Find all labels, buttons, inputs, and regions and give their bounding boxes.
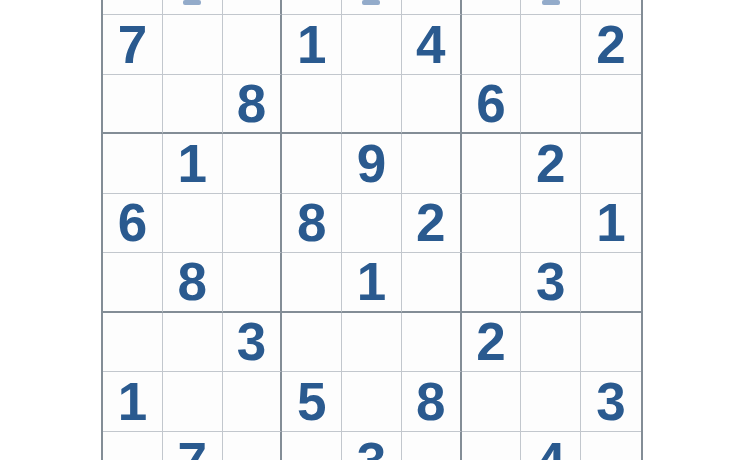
- cell-r1c4[interactable]: [282, 0, 342, 15]
- cell-r3c6[interactable]: [402, 75, 462, 134]
- given-digit: 6: [118, 196, 147, 249]
- cell-r2c9[interactable]: 2: [581, 15, 641, 74]
- cell-r6c7[interactable]: [462, 253, 522, 312]
- cell-r1c9[interactable]: [581, 0, 641, 15]
- given-digit: 4: [536, 435, 565, 460]
- cell-r6c2[interactable]: 8: [163, 253, 223, 312]
- cell-r8c3[interactable]: [223, 372, 283, 431]
- given-digit: 1: [297, 18, 326, 71]
- cell-r4c7[interactable]: [462, 134, 522, 193]
- given-digit: 3: [357, 435, 386, 460]
- cell-r4c8[interactable]: 2: [521, 134, 581, 193]
- cell-r5c7[interactable]: [462, 194, 522, 253]
- cell-r8c4[interactable]: 5: [282, 372, 342, 431]
- cell-r7c3[interactable]: 3: [223, 313, 283, 372]
- cell-r7c6[interactable]: [402, 313, 462, 372]
- given-digit: 8: [297, 196, 326, 249]
- given-digit: 8: [177, 255, 206, 308]
- cell-r2c8[interactable]: [521, 15, 581, 74]
- cell-r8c2[interactable]: [163, 372, 223, 431]
- cell-r3c1[interactable]: [103, 75, 163, 134]
- given-digit: 3: [536, 255, 565, 308]
- cell-r9c2[interactable]: 7: [163, 432, 223, 460]
- cell-r8c9[interactable]: 3: [581, 372, 641, 431]
- cell-r8c8[interactable]: [521, 372, 581, 431]
- cell-r9c6[interactable]: [402, 432, 462, 460]
- cell-r7c4[interactable]: [282, 313, 342, 372]
- page-background: 7142861926821813321583734: [0, 0, 736, 460]
- cell-r5c5[interactable]: [342, 194, 402, 253]
- clipped-digit-remnant: [183, 0, 201, 5]
- clipped-digit-remnant: [362, 0, 380, 5]
- cell-r8c1[interactable]: 1: [103, 372, 163, 431]
- cell-r4c9[interactable]: [581, 134, 641, 193]
- sudoku-board: 7142861926821813321583734: [101, 0, 643, 460]
- given-digit: 8: [416, 375, 445, 428]
- cell-r8c7[interactable]: [462, 372, 522, 431]
- cell-r5c6[interactable]: 2: [402, 194, 462, 253]
- cell-r8c5[interactable]: [342, 372, 402, 431]
- cell-r4c5[interactable]: 9: [342, 134, 402, 193]
- cell-r1c3[interactable]: [223, 0, 283, 15]
- given-digit: 1: [596, 196, 625, 249]
- cell-r6c6[interactable]: [402, 253, 462, 312]
- cell-r2c4[interactable]: 1: [282, 15, 342, 74]
- cell-r3c5[interactable]: [342, 75, 402, 134]
- cell-r5c8[interactable]: [521, 194, 581, 253]
- cell-r9c1[interactable]: [103, 432, 163, 460]
- cell-r6c3[interactable]: [223, 253, 283, 312]
- cell-r9c3[interactable]: [223, 432, 283, 460]
- given-digit: 3: [596, 375, 625, 428]
- given-digit: 1: [177, 137, 206, 190]
- cell-r6c9[interactable]: [581, 253, 641, 312]
- cell-r1c6[interactable]: [402, 0, 462, 15]
- given-digit: 6: [476, 77, 505, 130]
- cell-r2c3[interactable]: [223, 15, 283, 74]
- cell-r7c8[interactable]: [521, 313, 581, 372]
- cell-r1c2[interactable]: [163, 0, 223, 15]
- cell-r4c1[interactable]: [103, 134, 163, 193]
- cell-r2c6[interactable]: 4: [402, 15, 462, 74]
- given-digit: 3: [237, 315, 266, 368]
- given-digit: 1: [357, 255, 386, 308]
- cell-r1c8[interactable]: [521, 0, 581, 15]
- given-digit: 8: [237, 77, 266, 130]
- cell-r2c1[interactable]: 7: [103, 15, 163, 74]
- cell-r1c5[interactable]: [342, 0, 402, 15]
- cell-r6c5[interactable]: 1: [342, 253, 402, 312]
- given-digit: 5: [297, 375, 326, 428]
- cell-r9c8[interactable]: 4: [521, 432, 581, 460]
- cell-r5c1[interactable]: 6: [103, 194, 163, 253]
- cell-r5c2[interactable]: [163, 194, 223, 253]
- given-digit: 4: [416, 18, 445, 71]
- cell-r9c7[interactable]: [462, 432, 522, 460]
- given-digit: 7: [177, 435, 206, 460]
- clipped-digit-remnant: [542, 0, 560, 5]
- cell-r3c8[interactable]: [521, 75, 581, 134]
- cell-r8c6[interactable]: 8: [402, 372, 462, 431]
- cell-r2c7[interactable]: [462, 15, 522, 74]
- given-digit: 1: [118, 375, 147, 428]
- cell-r5c9[interactable]: 1: [581, 194, 641, 253]
- cell-r7c2[interactable]: [163, 313, 223, 372]
- cell-r3c9[interactable]: [581, 75, 641, 134]
- cell-r9c9[interactable]: [581, 432, 641, 460]
- given-digit: 2: [536, 137, 565, 190]
- cell-r4c3[interactable]: [223, 134, 283, 193]
- cell-r1c1[interactable]: [103, 0, 163, 15]
- given-digit: 2: [476, 315, 505, 368]
- cell-r7c7[interactable]: 2: [462, 313, 522, 372]
- cell-r6c1[interactable]: [103, 253, 163, 312]
- given-digit: 7: [118, 18, 147, 71]
- cell-r5c3[interactable]: [223, 194, 283, 253]
- cell-r3c3[interactable]: 8: [223, 75, 283, 134]
- cell-r5c4[interactable]: 8: [282, 194, 342, 253]
- cell-r6c4[interactable]: [282, 253, 342, 312]
- cell-r9c4[interactable]: [282, 432, 342, 460]
- given-digit: 2: [596, 18, 625, 71]
- cell-r1c7[interactable]: [462, 0, 522, 15]
- cell-r6c8[interactable]: 3: [521, 253, 581, 312]
- cell-r9c5[interactable]: 3: [342, 432, 402, 460]
- cell-r7c9[interactable]: [581, 313, 641, 372]
- cell-r4c2[interactable]: 1: [163, 134, 223, 193]
- cell-r4c4[interactable]: [282, 134, 342, 193]
- given-digit: 9: [357, 137, 386, 190]
- cell-r7c5[interactable]: [342, 313, 402, 372]
- cell-r3c7[interactable]: 6: [462, 75, 522, 134]
- cell-r3c2[interactable]: [163, 75, 223, 134]
- cell-r7c1[interactable]: [103, 313, 163, 372]
- cell-r2c5[interactable]: [342, 15, 402, 74]
- given-digit: 2: [416, 196, 445, 249]
- cell-r2c2[interactable]: [163, 15, 223, 74]
- cell-r3c4[interactable]: [282, 75, 342, 134]
- cell-r4c6[interactable]: [402, 134, 462, 193]
